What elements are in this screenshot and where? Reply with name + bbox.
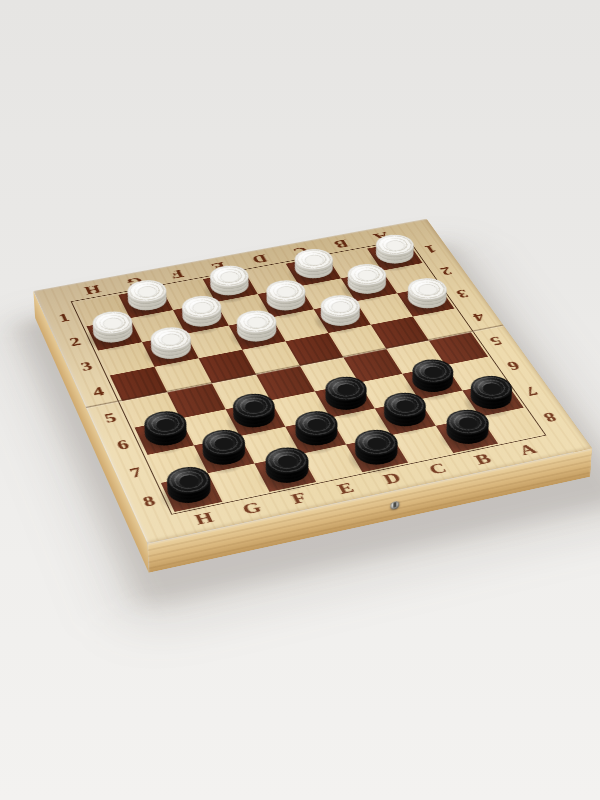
black-checker-glyph: ● <box>388 391 423 418</box>
black-checker-glyph: ● <box>450 408 486 436</box>
checker-black-e7[interactable]: ● <box>290 420 343 452</box>
checker-black-d6[interactable]: ● <box>320 385 372 415</box>
checker-black-h6[interactable]: ● <box>140 420 192 452</box>
checkers-board: HGFEDCBAHGFEDCBA1234567812345678 ●●●●●●●… <box>33 219 592 544</box>
black-checker-glyph: ● <box>299 410 333 438</box>
checker-black-g7[interactable]: ● <box>198 438 251 470</box>
checker-black-b8[interactable]: ● <box>440 418 494 450</box>
black-checker-glyph: ● <box>207 428 241 456</box>
checker-black-d8[interactable]: ● <box>349 438 403 470</box>
black-checker-glyph: ● <box>329 375 363 402</box>
square-h4[interactable] <box>110 367 167 401</box>
checker-black-h8[interactable]: ● <box>162 475 215 509</box>
black-checker-glyph: ● <box>416 358 450 384</box>
checker-black-f8[interactable]: ● <box>260 456 314 489</box>
checker-black-f6[interactable]: ● <box>228 402 280 433</box>
black-checker-glyph: ● <box>172 466 206 495</box>
black-checker-glyph: ● <box>474 375 509 402</box>
black-checker-glyph: ● <box>149 410 182 438</box>
scene: HGFEDCBAHGFEDCBA1234567812345678 ●●●●●●●… <box>0 0 600 800</box>
checker-black-c7[interactable]: ● <box>378 401 431 432</box>
black-checker-glyph: ● <box>237 392 270 419</box>
black-checker-glyph: ● <box>359 428 394 456</box>
screw <box>391 500 400 510</box>
black-checker-glyph: ● <box>270 446 305 475</box>
